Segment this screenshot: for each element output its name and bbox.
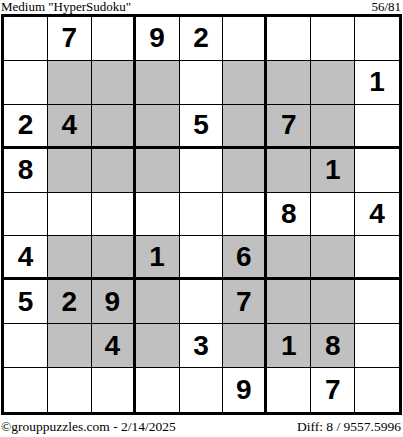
cell-r7c9 bbox=[355, 280, 399, 324]
cell-r8c7-hyper: 1 bbox=[267, 324, 311, 368]
cell-r8c1 bbox=[4, 324, 48, 368]
cell-r3c4-hyper bbox=[136, 105, 180, 149]
cell-r6c9 bbox=[355, 236, 399, 280]
cell-r4c8-hyper: 1 bbox=[311, 149, 355, 193]
cell-r3c5: 5 bbox=[180, 105, 224, 149]
cell-r7c4-hyper bbox=[136, 280, 180, 324]
cell-r2c9: 1 bbox=[355, 61, 399, 105]
cell-r5c3 bbox=[92, 193, 136, 237]
cell-r3c2-hyper: 4 bbox=[48, 105, 92, 149]
cell-r1c7 bbox=[267, 17, 311, 61]
cell-r9c6: 9 bbox=[223, 368, 267, 412]
cell-r2c5 bbox=[180, 61, 224, 105]
cells-remaining-counter: 56/81 bbox=[371, 0, 401, 13]
cell-r3c9 bbox=[355, 105, 399, 149]
cell-r8c8-hyper: 8 bbox=[311, 324, 355, 368]
cell-r6c4-hyper: 1 bbox=[136, 236, 180, 280]
cell-r8c5: 3 bbox=[180, 324, 224, 368]
cell-r2c6-hyper bbox=[223, 61, 267, 105]
cell-r9c2 bbox=[48, 368, 92, 412]
cell-r5c4 bbox=[136, 193, 180, 237]
cell-r6c5 bbox=[180, 236, 224, 280]
cell-r1c6 bbox=[223, 17, 267, 61]
cell-r5c6 bbox=[223, 193, 267, 237]
cell-r5c7: 8 bbox=[267, 193, 311, 237]
cell-r9c7 bbox=[267, 368, 311, 412]
cell-r1c8 bbox=[311, 17, 355, 61]
footer: ©grouppuzzles.com - 2/14/2025 Diff: 8 / … bbox=[1, 419, 401, 434]
cell-r5c8 bbox=[311, 193, 355, 237]
cell-r9c8: 7 bbox=[311, 368, 355, 412]
cell-r7c2-hyper: 2 bbox=[48, 280, 92, 324]
cell-r2c1 bbox=[4, 61, 48, 105]
cell-r3c8-hyper bbox=[311, 105, 355, 149]
cell-r6c8-hyper bbox=[311, 236, 355, 280]
cell-r4c5 bbox=[180, 149, 224, 193]
cell-r9c9 bbox=[355, 368, 399, 412]
cell-r2c8-hyper bbox=[311, 61, 355, 105]
cell-r8c6-hyper bbox=[223, 324, 267, 368]
cell-r8c2-hyper bbox=[48, 324, 92, 368]
cell-r6c6-hyper: 6 bbox=[223, 236, 267, 280]
cell-r9c5 bbox=[180, 368, 224, 412]
cell-r6c7-hyper bbox=[267, 236, 311, 280]
cell-r1c9 bbox=[355, 17, 399, 61]
cell-r9c4 bbox=[136, 368, 180, 412]
cell-r9c3 bbox=[92, 368, 136, 412]
cell-r2c3-hyper bbox=[92, 61, 136, 105]
header: Medium "HyperSudoku" 56/81 bbox=[1, 0, 401, 13]
cell-r7c5 bbox=[180, 280, 224, 324]
cell-r6c1: 4 bbox=[4, 236, 48, 280]
cell-r3c3-hyper bbox=[92, 105, 136, 149]
cell-r5c9: 4 bbox=[355, 193, 399, 237]
cell-r1c1 bbox=[4, 17, 48, 61]
difficulty-text: Diff: 8 / 9557.5996 bbox=[297, 419, 401, 434]
cell-r4c3-hyper bbox=[92, 149, 136, 193]
cell-r3c1: 2 bbox=[4, 105, 48, 149]
cell-r7c7-hyper bbox=[267, 280, 311, 324]
cell-r2c2-hyper bbox=[48, 61, 92, 105]
cell-r4c6-hyper bbox=[223, 149, 267, 193]
cell-r7c6-hyper: 7 bbox=[223, 280, 267, 324]
cell-r3c6-hyper bbox=[223, 105, 267, 149]
cell-r5c5 bbox=[180, 193, 224, 237]
cell-r2c4-hyper bbox=[136, 61, 180, 105]
cell-r3c7-hyper: 7 bbox=[267, 105, 311, 149]
cell-r7c1: 5 bbox=[4, 280, 48, 324]
cell-r5c2 bbox=[48, 193, 92, 237]
cell-r4c1: 8 bbox=[4, 149, 48, 193]
copyright-text: ©grouppuzzles.com - 2/14/2025 bbox=[1, 419, 176, 434]
cell-r1c5: 2 bbox=[180, 17, 224, 61]
puzzle-title: Medium "HyperSudoku" bbox=[1, 0, 131, 13]
cell-r6c3-hyper bbox=[92, 236, 136, 280]
cell-r4c7-hyper bbox=[267, 149, 311, 193]
cell-r6c2-hyper bbox=[48, 236, 92, 280]
cell-r2c7-hyper bbox=[267, 61, 311, 105]
cell-r5c1 bbox=[4, 193, 48, 237]
cell-r4c2-hyper bbox=[48, 149, 92, 193]
cell-r8c9 bbox=[355, 324, 399, 368]
puzzle-page: Medium "HyperSudoku" 56/81 7921245781844… bbox=[0, 0, 403, 437]
cell-r8c3-hyper: 4 bbox=[92, 324, 136, 368]
cell-r7c8-hyper bbox=[311, 280, 355, 324]
cell-r4c9 bbox=[355, 149, 399, 193]
sudoku-board: 7921245781844165297431897 bbox=[1, 14, 402, 415]
cell-r1c3 bbox=[92, 17, 136, 61]
cell-r8c4-hyper bbox=[136, 324, 180, 368]
cell-r9c1 bbox=[4, 368, 48, 412]
cell-r7c3-hyper: 9 bbox=[92, 280, 136, 324]
cell-r1c4: 9 bbox=[136, 17, 180, 61]
cell-r4c4-hyper bbox=[136, 149, 180, 193]
cell-r1c2: 7 bbox=[48, 17, 92, 61]
